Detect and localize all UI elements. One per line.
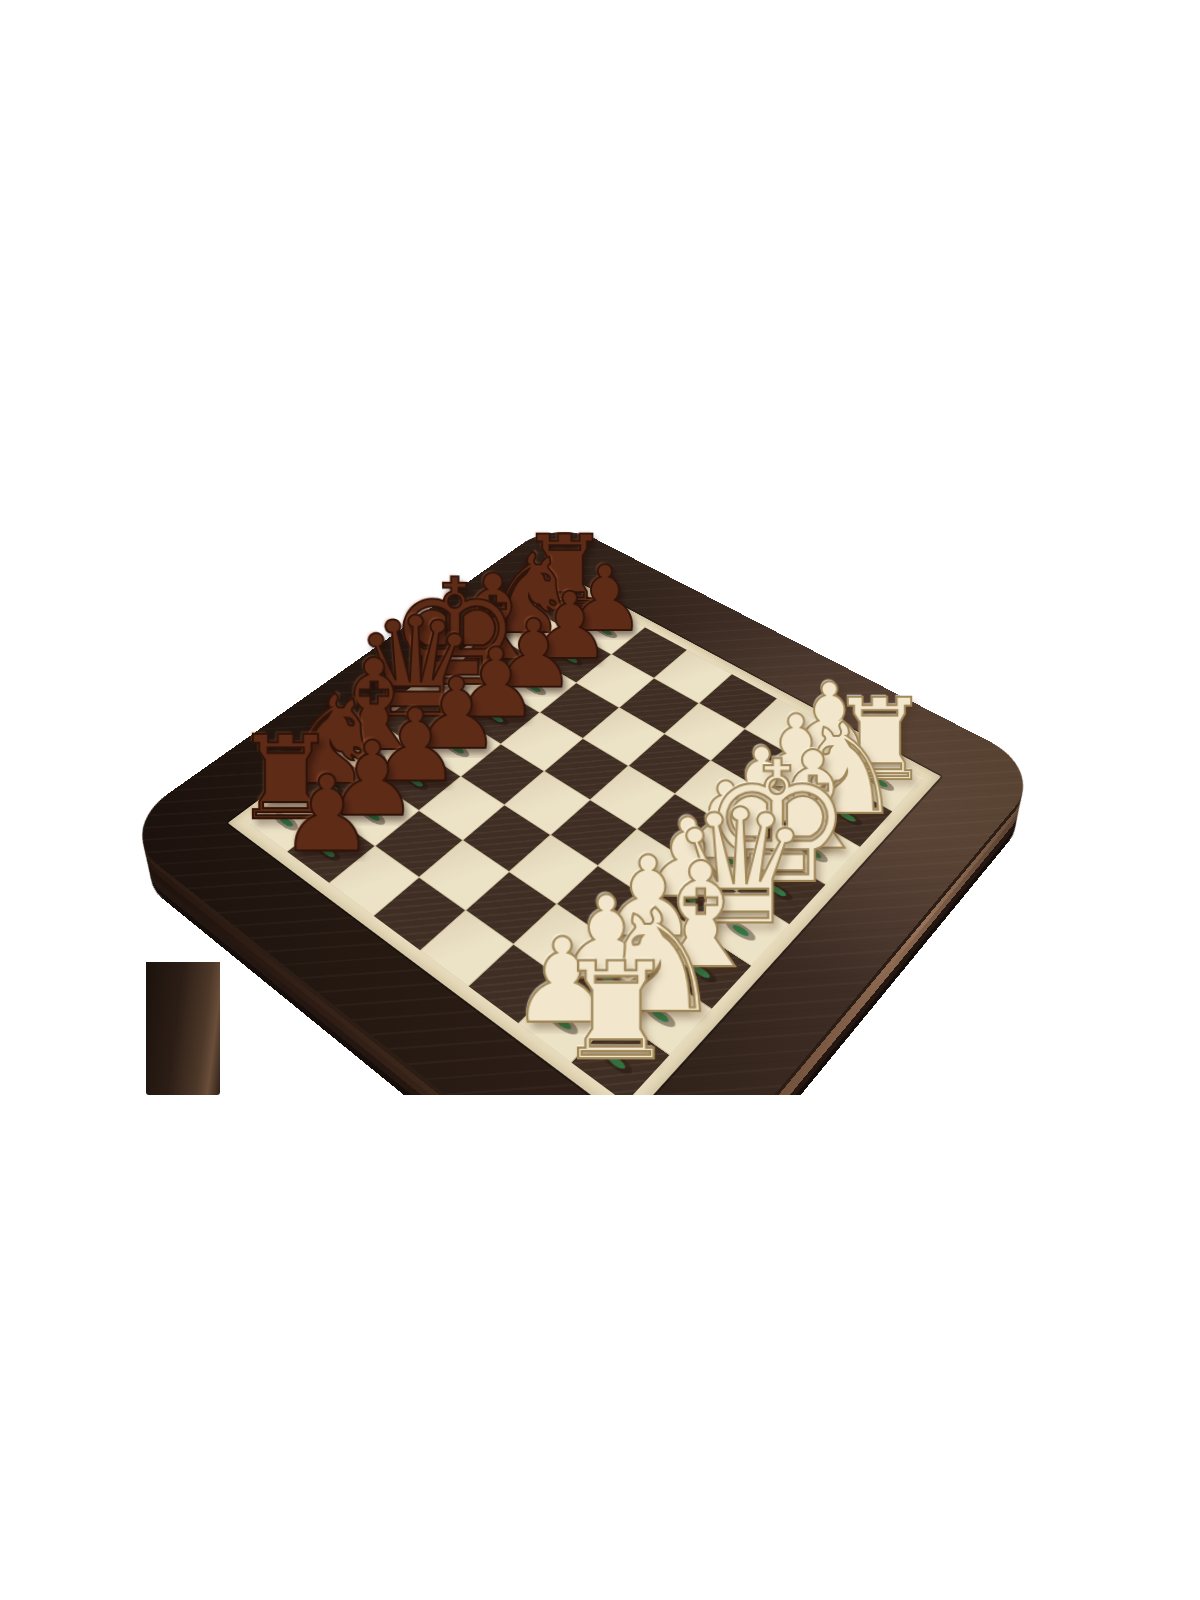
piece-black-pawn[interactable]: ♟ bbox=[279, 761, 374, 867]
chess-table-photo: ♜♟♟♜♞♟♟♞♝♟♟♝♚♟♟♚♛♟♟♛♝♟♟♝♞♟♟♞♜♟♟♜ bbox=[0, 0, 1200, 1095]
scene-3d: ♜♟♟♜♞♟♟♞♝♟♟♝♚♟♟♚♛♟♟♛♝♟♟♝♞♟♟♞♜♟♟♜ bbox=[0, 0, 1200, 1095]
square-a7[interactable]: ♟ bbox=[287, 817, 374, 883]
piece-white-rook[interactable]: ♜ bbox=[556, 946, 676, 1080]
square-a1[interactable]: ♜ bbox=[571, 1017, 669, 1095]
